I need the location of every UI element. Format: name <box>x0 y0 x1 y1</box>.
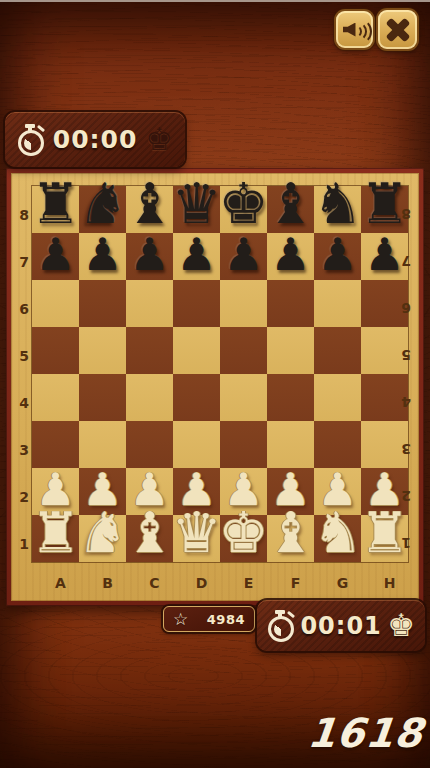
star-icon: ☆ <box>173 611 188 628</box>
piece-black-pawn-g7[interactable]: ♟ <box>317 232 357 277</box>
square-a1[interactable]: ♜ <box>32 515 79 562</box>
white-timer-value: 00:01 <box>300 612 381 640</box>
square-a7[interactable]: ♟ <box>32 233 79 280</box>
rank-label-7-right: 7 <box>398 238 414 285</box>
square-g4[interactable] <box>314 374 361 421</box>
speaker-icon <box>342 19 368 41</box>
square-e5[interactable] <box>220 327 267 374</box>
piece-black-bishop-c8[interactable]: ♝ <box>124 176 174 232</box>
rank-labels-left: 87654321 <box>16 191 32 567</box>
rank-label-3-left: 3 <box>16 426 32 473</box>
square-a8[interactable]: ♜ <box>32 186 79 233</box>
file-labels-bottom: ABCDEFGH <box>37 572 413 594</box>
rank-label-2-right: 2 <box>398 473 414 520</box>
piece-black-pawn-c7[interactable]: ♟ <box>129 232 169 277</box>
square-e7[interactable]: ♟ <box>220 233 267 280</box>
square-c5[interactable] <box>126 327 173 374</box>
square-c4[interactable] <box>126 374 173 421</box>
stopwatch-icon <box>267 610 295 641</box>
piece-black-queen-d8[interactable]: ♛ <box>171 176 221 232</box>
square-g7[interactable]: ♟ <box>314 233 361 280</box>
square-c6[interactable] <box>126 280 173 327</box>
close-button[interactable] <box>378 10 417 49</box>
rank-label-6-left: 6 <box>16 285 32 332</box>
square-c1[interactable]: ♝ <box>126 515 173 562</box>
square-b8[interactable]: ♞ <box>79 186 126 233</box>
score-value: 4984 <box>207 612 245 627</box>
square-b6[interactable] <box>79 280 126 327</box>
rank-label-5-left: 5 <box>16 332 32 379</box>
square-d7[interactable]: ♟ <box>173 233 220 280</box>
chess-game-screen: 00:00 ♚ 87654321 87654321 ABCDEFGH ♜♞♝♛♚… <box>0 0 430 768</box>
square-f6[interactable] <box>267 280 314 327</box>
square-e1[interactable]: ♚ <box>220 515 267 562</box>
rank-label-8-left: 8 <box>16 191 32 238</box>
square-g5[interactable] <box>314 327 361 374</box>
piece-black-knight-g8[interactable]: ♞ <box>312 176 362 232</box>
black-timer-panel: 00:00 ♚ <box>5 112 185 167</box>
stopwatch-icon <box>17 124 45 155</box>
file-label-b: B <box>84 572 131 594</box>
square-e8[interactable]: ♚ <box>220 186 267 233</box>
white-king-icon: ♚ <box>387 610 415 641</box>
black-king-icon: ♚ <box>145 124 173 155</box>
square-d1[interactable]: ♛ <box>173 515 220 562</box>
rank-label-6-right: 6 <box>398 285 414 332</box>
square-d5[interactable] <box>173 327 220 374</box>
square-f5[interactable] <box>267 327 314 374</box>
piece-white-knight-b1[interactable]: ♞ <box>77 505 127 561</box>
chess-board-frame: 87654321 87654321 ABCDEFGH ♜♞♝♛♚♝♞♜♟♟♟♟♟… <box>6 168 424 606</box>
square-a3[interactable] <box>32 421 79 468</box>
square-f1[interactable]: ♝ <box>267 515 314 562</box>
piece-white-knight-g1[interactable]: ♞ <box>312 505 362 561</box>
square-g6[interactable] <box>314 280 361 327</box>
black-timer-value: 00:00 <box>53 125 138 154</box>
square-f3[interactable] <box>267 421 314 468</box>
file-label-h: H <box>366 572 413 594</box>
square-f7[interactable]: ♟ <box>267 233 314 280</box>
piece-black-pawn-d7[interactable]: ♟ <box>176 232 216 277</box>
watermark: 1618 <box>305 710 425 756</box>
file-label-f: F <box>272 572 319 594</box>
board-border: 87654321 87654321 ABCDEFGH ♜♞♝♛♚♝♞♜♟♟♟♟♟… <box>11 173 419 601</box>
rank-labels-right: 87654321 <box>398 191 414 567</box>
piece-black-pawn-f7[interactable]: ♟ <box>270 232 310 277</box>
square-f4[interactable] <box>267 374 314 421</box>
piece-black-bishop-f8[interactable]: ♝ <box>265 176 315 232</box>
screen-top-edge <box>0 0 430 2</box>
sound-button[interactable] <box>336 11 373 48</box>
square-c8[interactable]: ♝ <box>126 186 173 233</box>
square-g1[interactable]: ♞ <box>314 515 361 562</box>
square-b1[interactable]: ♞ <box>79 515 126 562</box>
piece-white-queen-d1[interactable]: ♛ <box>171 505 221 561</box>
square-c3[interactable] <box>126 421 173 468</box>
rank-label-3-right: 3 <box>398 426 414 473</box>
piece-white-king-e1[interactable]: ♚ <box>218 505 268 561</box>
square-g3[interactable] <box>314 421 361 468</box>
file-label-d: D <box>178 572 225 594</box>
rank-label-4-left: 4 <box>16 379 32 426</box>
piece-white-bishop-f1[interactable]: ♝ <box>265 505 315 561</box>
piece-white-rook-a1[interactable]: ♜ <box>30 505 80 561</box>
square-b3[interactable] <box>79 421 126 468</box>
rank-label-5-right: 5 <box>398 332 414 379</box>
rank-label-4-right: 4 <box>398 379 414 426</box>
rank-label-8-right: 8 <box>398 191 414 238</box>
chess-board: ♜♞♝♛♚♝♞♜♟♟♟♟♟♟♟♟♟♟♟♟♟♟♟♟♜♞♝♛♚♝♞♜ <box>32 186 408 562</box>
square-b4[interactable] <box>79 374 126 421</box>
square-a6[interactable] <box>32 280 79 327</box>
file-label-c: C <box>131 572 178 594</box>
square-d3[interactable] <box>173 421 220 468</box>
square-d6[interactable] <box>173 280 220 327</box>
square-c7[interactable]: ♟ <box>126 233 173 280</box>
score-panel: ☆ 4984 <box>163 606 255 632</box>
file-label-e: E <box>225 572 272 594</box>
square-e3[interactable] <box>220 421 267 468</box>
white-timer-panel: 00:01 ♚ <box>257 600 425 651</box>
square-a4[interactable] <box>32 374 79 421</box>
square-e6[interactable] <box>220 280 267 327</box>
square-d4[interactable] <box>173 374 220 421</box>
square-e4[interactable] <box>220 374 267 421</box>
piece-black-king-e8[interactable]: ♚ <box>218 176 268 232</box>
close-icon <box>383 15 413 45</box>
piece-black-rook-a8[interactable]: ♜ <box>30 176 80 232</box>
square-b5[interactable] <box>79 327 126 374</box>
rank-label-1-right: 1 <box>398 520 414 567</box>
file-label-a: A <box>37 572 84 594</box>
piece-black-knight-b8[interactable]: ♞ <box>77 176 127 232</box>
rank-label-2-left: 2 <box>16 473 32 520</box>
square-a5[interactable] <box>32 327 79 374</box>
square-d8[interactable]: ♛ <box>173 186 220 233</box>
file-label-g: G <box>319 572 366 594</box>
rank-label-7-left: 7 <box>16 238 32 285</box>
piece-black-pawn-e7[interactable]: ♟ <box>223 232 263 277</box>
rank-label-1-left: 1 <box>16 520 32 567</box>
piece-white-bishop-c1[interactable]: ♝ <box>124 505 174 561</box>
square-g8[interactable]: ♞ <box>314 186 361 233</box>
piece-black-pawn-a7[interactable]: ♟ <box>35 232 75 277</box>
piece-black-pawn-b7[interactable]: ♟ <box>82 232 122 277</box>
square-b7[interactable]: ♟ <box>79 233 126 280</box>
square-f8[interactable]: ♝ <box>267 186 314 233</box>
